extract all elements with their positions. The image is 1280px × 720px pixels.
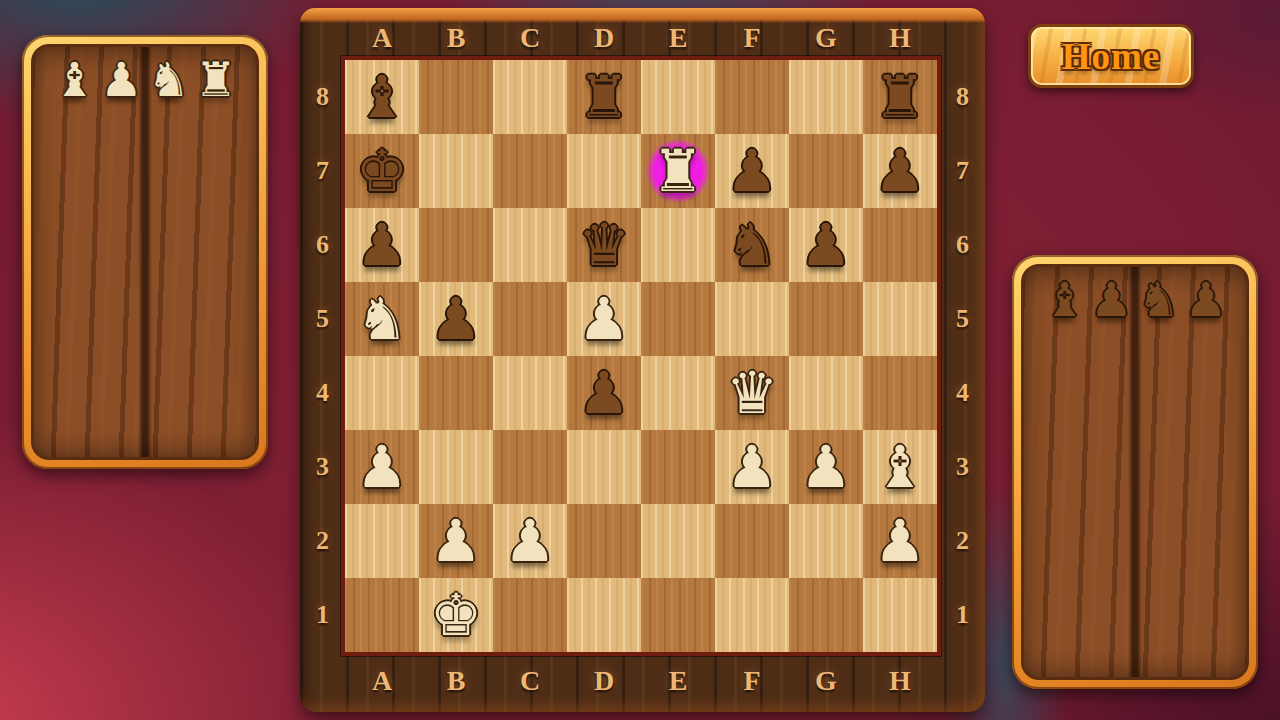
coord-label-5: 5 xyxy=(316,304,329,334)
square-d4[interactable]: ♟ xyxy=(567,356,641,430)
coord-label-6: 6 xyxy=(316,230,329,260)
square-d6[interactable]: ♛ xyxy=(567,208,641,282)
rank-labels-left: 87654321 xyxy=(300,60,345,652)
coord-label-a: A xyxy=(372,665,392,697)
coord-label-a: A xyxy=(372,22,392,54)
square-f3[interactable]: ♟ xyxy=(715,430,789,504)
coord-label-4: 4 xyxy=(316,378,329,408)
captured-white-tray-wood: ♝♟♞♜ xyxy=(31,44,259,460)
coord-label-c: C xyxy=(520,665,540,697)
square-h8[interactable]: ♜ xyxy=(863,60,937,134)
piece-white-pawn-g3[interactable]: ♟ xyxy=(800,438,852,496)
square-a1[interactable] xyxy=(345,578,419,652)
piece-black-pawn-d4[interactable]: ♟ xyxy=(578,364,630,422)
piece-black-pawn-f7[interactable]: ♟ xyxy=(726,142,778,200)
square-d3[interactable] xyxy=(567,430,641,504)
coord-label-2: 2 xyxy=(956,526,969,556)
square-d7[interactable] xyxy=(567,134,641,208)
coord-label-6: 6 xyxy=(956,230,969,260)
square-g8[interactable] xyxy=(789,60,863,134)
game-screen: ♝♟♞♜ ♝♟♞♟ Home ABCDEFGH 87654321 ♝♜♜♚♜♟♟… xyxy=(0,0,1280,720)
square-f1[interactable] xyxy=(715,578,789,652)
coord-label-b: B xyxy=(447,665,466,697)
coord-label-5: 5 xyxy=(956,304,969,334)
coord-label-h: H xyxy=(889,665,911,697)
square-h4[interactable] xyxy=(863,356,937,430)
piece-black-rook-h8[interactable]: ♜ xyxy=(874,68,926,126)
piece-white-rook-e7[interactable]: ♜ xyxy=(652,142,704,200)
coord-label-4: 4 xyxy=(956,378,969,408)
piece-black-pawn-g6[interactable]: ♟ xyxy=(800,216,852,274)
square-e1[interactable] xyxy=(641,578,715,652)
captured-white-bishop: ♝ xyxy=(53,56,95,103)
file-labels-bottom: ABCDEFGH xyxy=(345,658,937,704)
square-g4[interactable] xyxy=(789,356,863,430)
square-e4[interactable] xyxy=(641,356,715,430)
coord-label-3: 3 xyxy=(316,452,329,482)
piece-white-queen-f4[interactable]: ♛ xyxy=(726,364,778,422)
coord-label-e: E xyxy=(669,22,688,54)
square-f5[interactable] xyxy=(715,282,789,356)
square-b5[interactable]: ♟ xyxy=(419,282,493,356)
square-a3[interactable]: ♟ xyxy=(345,430,419,504)
square-g1[interactable] xyxy=(789,578,863,652)
square-d1[interactable] xyxy=(567,578,641,652)
square-h2[interactable]: ♟ xyxy=(863,504,937,578)
captured-black-pawn: ♟ xyxy=(1185,276,1227,323)
square-b4[interactable] xyxy=(419,356,493,430)
captured-white-rook: ♜ xyxy=(195,56,237,103)
board-frame: ABCDEFGH 87654321 ♝♜♜♚♜♟♟♟♛♞♟♞♟♟♟♛♟♟♟♝♟♟… xyxy=(300,8,985,712)
square-a5[interactable]: ♞ xyxy=(345,282,419,356)
captured-black-knight: ♞ xyxy=(1138,276,1180,323)
captured-white-pawn: ♟ xyxy=(100,56,142,103)
piece-white-king-b1[interactable]: ♚ xyxy=(430,586,482,644)
square-b7[interactable] xyxy=(419,134,493,208)
square-b3[interactable] xyxy=(419,430,493,504)
piece-white-pawn-c2[interactable]: ♟ xyxy=(504,512,556,570)
square-e6[interactable] xyxy=(641,208,715,282)
square-e2[interactable] xyxy=(641,504,715,578)
square-b6[interactable] xyxy=(419,208,493,282)
coord-label-c: C xyxy=(520,22,540,54)
square-c5[interactable] xyxy=(493,282,567,356)
piece-white-pawn-d5[interactable]: ♟ xyxy=(578,290,630,348)
coord-label-3: 3 xyxy=(956,452,969,482)
square-f2[interactable] xyxy=(715,504,789,578)
piece-white-pawn-f3[interactable]: ♟ xyxy=(726,438,778,496)
square-g3[interactable]: ♟ xyxy=(789,430,863,504)
square-g2[interactable] xyxy=(789,504,863,578)
coord-label-e: E xyxy=(669,665,688,697)
square-c3[interactable] xyxy=(493,430,567,504)
coord-label-8: 8 xyxy=(316,82,329,112)
square-c6[interactable] xyxy=(493,208,567,282)
captured-white-knight: ♞ xyxy=(148,56,190,103)
coord-label-h: H xyxy=(889,22,911,54)
piece-white-knight-a5[interactable]: ♞ xyxy=(356,290,408,348)
coord-label-7: 7 xyxy=(956,156,969,186)
square-a7[interactable]: ♚ xyxy=(345,134,419,208)
square-d8[interactable]: ♜ xyxy=(567,60,641,134)
coord-label-f: F xyxy=(743,665,760,697)
square-a6[interactable]: ♟ xyxy=(345,208,419,282)
coord-label-d: D xyxy=(594,22,614,54)
square-b8[interactable] xyxy=(419,60,493,134)
piece-black-king-a7[interactable]: ♚ xyxy=(356,142,408,200)
square-f7[interactable]: ♟ xyxy=(715,134,789,208)
square-a8[interactable]: ♝ xyxy=(345,60,419,134)
coord-label-2: 2 xyxy=(316,526,329,556)
square-c4[interactable] xyxy=(493,356,567,430)
square-h5[interactable] xyxy=(863,282,937,356)
square-g5[interactable] xyxy=(789,282,863,356)
square-b1[interactable]: ♚ xyxy=(419,578,493,652)
piece-black-rook-d8[interactable]: ♜ xyxy=(578,68,630,126)
coord-label-8: 8 xyxy=(956,82,969,112)
piece-white-bishop-h3[interactable]: ♝ xyxy=(874,438,926,496)
captured-black-pawn: ♟ xyxy=(1090,276,1132,323)
square-e8[interactable] xyxy=(641,60,715,134)
piece-white-pawn-b2[interactable]: ♟ xyxy=(430,512,482,570)
file-labels-top: ABCDEFGH xyxy=(345,20,937,56)
piece-black-knight-f6[interactable]: ♞ xyxy=(726,216,778,274)
square-h3[interactable]: ♝ xyxy=(863,430,937,504)
coord-label-g: G xyxy=(815,665,837,697)
square-g7[interactable] xyxy=(789,134,863,208)
coord-label-f: F xyxy=(743,22,760,54)
square-c2[interactable]: ♟ xyxy=(493,504,567,578)
piece-white-pawn-a3[interactable]: ♟ xyxy=(356,438,408,496)
rank-labels-right: 87654321 xyxy=(940,60,985,652)
coord-label-1: 1 xyxy=(316,600,329,630)
square-d5[interactable]: ♟ xyxy=(567,282,641,356)
piece-black-queen-d6[interactable]: ♛ xyxy=(578,216,630,274)
square-c7[interactable] xyxy=(493,134,567,208)
coord-label-g: G xyxy=(815,22,837,54)
piece-black-pawn-a6[interactable]: ♟ xyxy=(356,216,408,274)
captured-white-pieces: ♝♟♞♜ xyxy=(31,44,259,103)
square-e7[interactable]: ♜ xyxy=(641,134,715,208)
square-h6[interactable] xyxy=(863,208,937,282)
square-f4[interactable]: ♛ xyxy=(715,356,789,430)
captured-black-tray: ♝♟♞♟ xyxy=(1012,255,1258,689)
coord-label-1: 1 xyxy=(956,600,969,630)
square-h7[interactable]: ♟ xyxy=(863,134,937,208)
square-a4[interactable] xyxy=(345,356,419,430)
square-c8[interactable] xyxy=(493,60,567,134)
captured-black-bishop: ♝ xyxy=(1043,276,1085,323)
coord-label-d: D xyxy=(594,665,614,697)
square-c1[interactable] xyxy=(493,578,567,652)
coord-label-7: 7 xyxy=(316,156,329,186)
square-d2[interactable] xyxy=(567,504,641,578)
piece-black-pawn-h7[interactable]: ♟ xyxy=(874,142,926,200)
square-g6[interactable]: ♟ xyxy=(789,208,863,282)
board-squares: ♝♜♜♚♜♟♟♟♛♞♟♞♟♟♟♛♟♟♟♝♟♟♟♚ xyxy=(345,60,937,652)
piece-black-pawn-b5[interactable]: ♟ xyxy=(430,290,482,348)
piece-black-bishop-a8[interactable]: ♝ xyxy=(356,68,408,126)
square-f8[interactable] xyxy=(715,60,789,134)
square-f6[interactable]: ♞ xyxy=(715,208,789,282)
home-button[interactable]: Home xyxy=(1028,24,1194,88)
square-a2[interactable] xyxy=(345,504,419,578)
coord-label-b: B xyxy=(447,22,466,54)
piece-white-pawn-h2[interactable]: ♟ xyxy=(874,512,926,570)
square-e3[interactable] xyxy=(641,430,715,504)
captured-black-pieces: ♝♟♞♟ xyxy=(1021,264,1249,323)
captured-black-tray-wood: ♝♟♞♟ xyxy=(1021,264,1249,680)
captured-white-tray: ♝♟♞♜ xyxy=(22,35,268,469)
square-e5[interactable] xyxy=(641,282,715,356)
square-b2[interactable]: ♟ xyxy=(419,504,493,578)
square-h1[interactable] xyxy=(863,578,937,652)
